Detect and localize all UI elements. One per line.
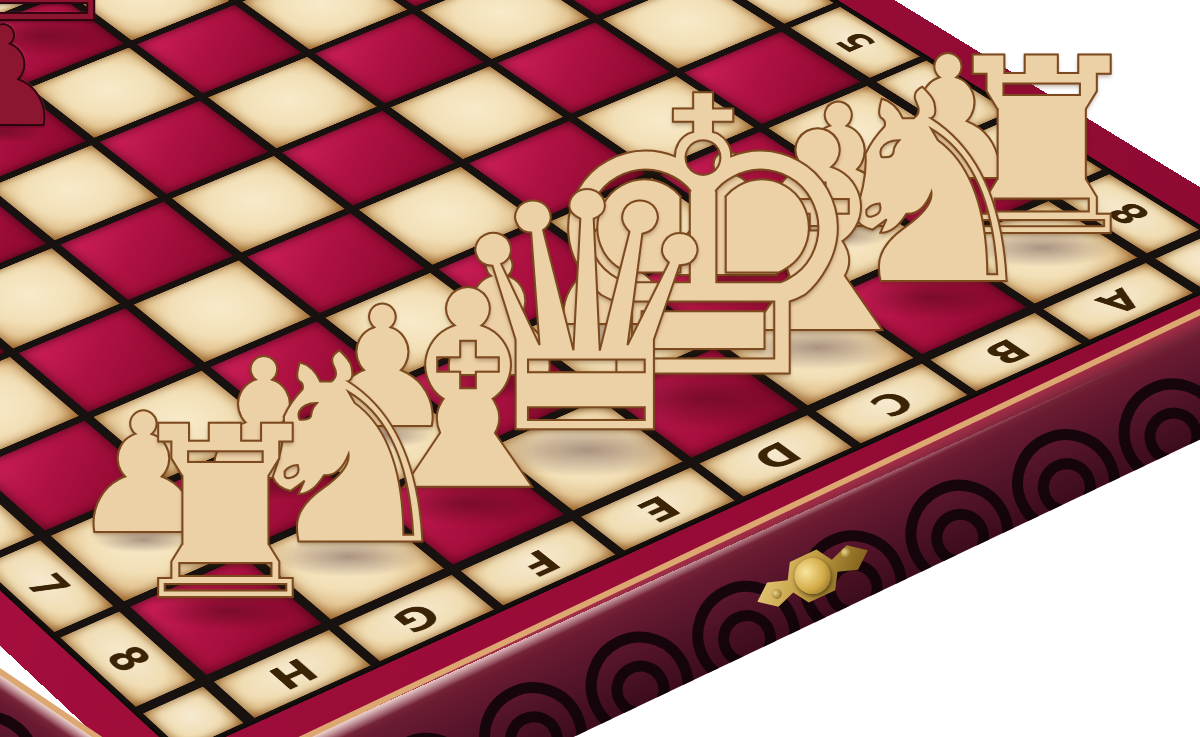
- scene: H11G22F33E44D55C66B77A88 ♚♛♟♜♞♝♚♛♝♞♜♟♟♟♟…: [0, 0, 1200, 737]
- pieces-layer: ♚♛♟♜♞♝♚♛♝♞♜♟♟♟♟♟♟♟♟: [0, 0, 1200, 737]
- piece-dark-pawn-f2[interactable]: ♟: [0, 9, 65, 147]
- piece-light-rook-h8[interactable]: ♜: [118, 395, 332, 634]
